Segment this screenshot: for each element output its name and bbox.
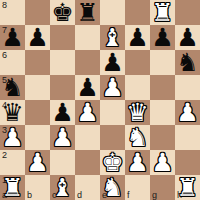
square-g7[interactable]: ♟	[150, 25, 175, 50]
white-pawn: ♟	[151, 150, 173, 175]
square-c4[interactable]: ♟	[50, 100, 75, 125]
square-g6[interactable]	[150, 50, 175, 75]
square-h8[interactable]	[175, 0, 200, 25]
square-e7[interactable]: ♝	[100, 25, 125, 50]
white-rook: ♜	[151, 0, 173, 25]
file-label-f: f	[127, 191, 130, 200]
square-d8[interactable]: ♜	[75, 0, 100, 25]
file-label-b: b	[27, 191, 32, 200]
square-e8[interactable]	[100, 0, 125, 25]
white-knight: ♞	[126, 125, 148, 150]
square-h5[interactable]	[175, 75, 200, 100]
rank-label-6: 6	[2, 51, 7, 60]
black-pawn: ♟	[26, 25, 48, 50]
black-pawn: ♟	[1, 25, 23, 50]
black-rook: ♜	[76, 0, 98, 25]
square-b3[interactable]	[25, 125, 50, 150]
square-h3[interactable]	[175, 125, 200, 150]
black-knight: ♞	[176, 50, 198, 75]
square-c5[interactable]	[50, 75, 75, 100]
white-bishop: ♝	[51, 175, 73, 200]
square-d2[interactable]	[75, 150, 100, 175]
square-f6[interactable]	[125, 50, 150, 75]
square-g4[interactable]	[150, 100, 175, 125]
square-f8[interactable]	[125, 0, 150, 25]
square-h7[interactable]: ♟	[175, 25, 200, 50]
square-c3[interactable]: ♟	[50, 125, 75, 150]
black-pawn: ♟	[126, 25, 148, 50]
white-pawn: ♟	[126, 150, 148, 175]
white-king: ♚	[101, 150, 123, 175]
square-a5[interactable]: ♞	[0, 75, 25, 100]
square-b5[interactable]	[25, 75, 50, 100]
square-e5[interactable]: ♟	[100, 75, 125, 100]
square-d6[interactable]	[75, 50, 100, 75]
square-e4[interactable]	[100, 100, 125, 125]
square-g8[interactable]: ♜	[150, 0, 175, 25]
square-a4[interactable]: ♛	[0, 100, 25, 125]
black-pawn: ♟	[76, 75, 98, 100]
white-pawn: ♟	[176, 100, 198, 125]
file-label-d: d	[77, 191, 82, 200]
square-c7[interactable]	[50, 25, 75, 50]
square-b6[interactable]	[25, 50, 50, 75]
square-b8[interactable]	[25, 0, 50, 25]
square-d3[interactable]	[75, 125, 100, 150]
square-g3[interactable]	[150, 125, 175, 150]
white-pawn: ♟	[76, 100, 98, 125]
square-h6[interactable]: ♞	[175, 50, 200, 75]
white-rook: ♜	[176, 175, 198, 200]
square-d5[interactable]: ♟	[75, 75, 100, 100]
black-queen: ♛	[1, 100, 23, 125]
square-e6[interactable]: ♟	[100, 50, 125, 75]
chess-board: ♚♜♜♟♟♝♟♟♟♟♞♞♟♟♛♟♟♛♟♟♟♞♟♚♟♟♜♝♞♜87654321ab…	[0, 0, 200, 200]
square-e3[interactable]	[100, 125, 125, 150]
white-bishop: ♝	[101, 25, 123, 50]
white-rook: ♜	[1, 175, 23, 200]
square-g5[interactable]	[150, 75, 175, 100]
square-f2[interactable]: ♟	[125, 150, 150, 175]
square-h1[interactable]: ♜	[175, 175, 200, 200]
square-b2[interactable]: ♟	[25, 150, 50, 175]
square-d7[interactable]	[75, 25, 100, 50]
square-c8[interactable]: ♚	[50, 0, 75, 25]
square-c2[interactable]	[50, 150, 75, 175]
black-pawn: ♟	[51, 100, 73, 125]
square-d4[interactable]: ♟	[75, 100, 100, 125]
black-knight: ♞	[1, 75, 23, 100]
square-a1[interactable]: ♜	[0, 175, 25, 200]
black-pawn: ♟	[101, 50, 123, 75]
square-c1[interactable]: ♝	[50, 175, 75, 200]
square-f7[interactable]: ♟	[125, 25, 150, 50]
square-e2[interactable]: ♚	[100, 150, 125, 175]
square-g2[interactable]: ♟	[150, 150, 175, 175]
black-pawn: ♟	[151, 25, 173, 50]
square-h2[interactable]	[175, 150, 200, 175]
square-a3[interactable]: ♟	[0, 125, 25, 150]
white-pawn: ♟	[101, 75, 123, 100]
square-f5[interactable]	[125, 75, 150, 100]
white-pawn: ♟	[1, 125, 23, 150]
square-b7[interactable]: ♟	[25, 25, 50, 50]
square-b4[interactable]	[25, 100, 50, 125]
white-pawn: ♟	[51, 125, 73, 150]
rank-label-2: 2	[2, 151, 7, 160]
square-c6[interactable]	[50, 50, 75, 75]
white-knight: ♞	[101, 175, 123, 200]
square-f4[interactable]: ♛	[125, 100, 150, 125]
black-king: ♚	[51, 0, 73, 25]
square-f3[interactable]: ♞	[125, 125, 150, 150]
rank-label-8: 8	[2, 1, 7, 10]
white-pawn: ♟	[26, 150, 48, 175]
square-e1[interactable]: ♞	[100, 175, 125, 200]
file-label-g: g	[152, 191, 157, 200]
white-queen: ♛	[126, 100, 148, 125]
black-pawn: ♟	[176, 25, 198, 50]
square-a7[interactable]: ♟	[0, 25, 25, 50]
square-h4[interactable]: ♟	[175, 100, 200, 125]
